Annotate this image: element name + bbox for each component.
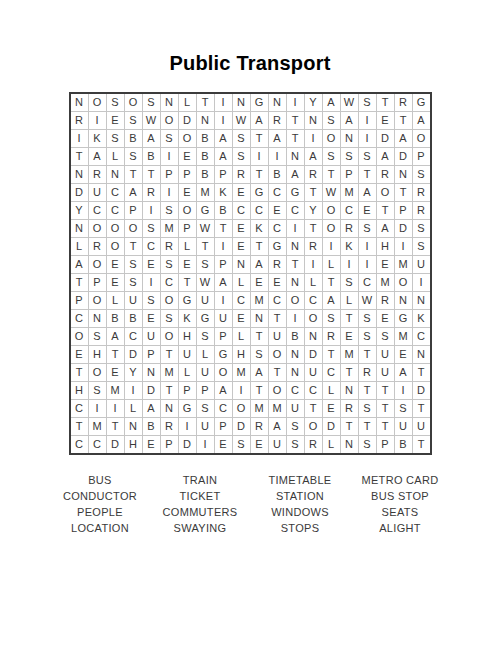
grid-cell[interactable]: I — [125, 382, 142, 399]
grid-cell[interactable]: T — [395, 184, 412, 201]
grid-cell[interactable]: T — [377, 400, 394, 417]
grid-cell[interactable]: I — [215, 238, 232, 255]
grid-cell[interactable]: M — [395, 256, 412, 273]
grid-cell[interactable]: P — [215, 418, 232, 435]
grid-cell[interactable]: T — [341, 418, 358, 435]
grid-cell[interactable]: O — [179, 202, 196, 219]
grid-cell[interactable]: P — [377, 436, 394, 453]
grid-cell[interactable]: B — [197, 148, 214, 165]
grid-cell[interactable]: G — [215, 346, 232, 363]
grid-cell[interactable]: H — [125, 436, 142, 453]
grid-cell[interactable]: N — [341, 436, 358, 453]
grid-cell[interactable]: L — [323, 382, 340, 399]
grid-cell[interactable]: R — [89, 238, 106, 255]
grid-cell[interactable]: U — [269, 436, 286, 453]
grid-cell[interactable]: O — [161, 292, 178, 309]
grid-cell[interactable]: T — [71, 274, 88, 291]
grid-cell[interactable]: C — [413, 328, 430, 345]
grid-cell[interactable]: S — [341, 148, 358, 165]
grid-cell[interactable]: D — [413, 382, 430, 399]
grid-cell[interactable]: P — [197, 382, 214, 399]
grid-cell[interactable]: S — [359, 94, 376, 111]
grid-cell[interactable]: A — [413, 112, 430, 129]
grid-cell[interactable]: C — [71, 400, 88, 417]
grid-cell[interactable]: C — [287, 382, 304, 399]
grid-cell[interactable]: T — [251, 328, 268, 345]
grid-cell[interactable]: E — [341, 328, 358, 345]
grid-cell[interactable]: S — [359, 436, 376, 453]
grid-cell[interactable]: C — [143, 238, 160, 255]
grid-cell[interactable]: A — [215, 130, 232, 147]
grid-cell[interactable]: R — [305, 238, 322, 255]
grid-cell[interactable]: N — [413, 346, 430, 363]
grid-cell[interactable]: W — [341, 94, 358, 111]
grid-cell[interactable]: M — [161, 220, 178, 237]
grid-cell[interactable]: M — [107, 382, 124, 399]
grid-cell[interactable]: D — [323, 418, 340, 435]
grid-cell[interactable]: T — [251, 238, 268, 255]
grid-cell[interactable]: E — [233, 310, 250, 327]
grid-cell[interactable]: P — [215, 256, 232, 273]
grid-cell[interactable]: T — [413, 364, 430, 381]
grid-cell[interactable]: N — [287, 148, 304, 165]
grid-cell[interactable]: E — [107, 364, 124, 381]
grid-cell[interactable]: E — [233, 184, 250, 201]
grid-cell[interactable]: O — [179, 130, 196, 147]
grid-cell[interactable]: I — [71, 130, 88, 147]
grid-cell[interactable]: L — [197, 346, 214, 363]
grid-cell[interactable]: N — [143, 364, 160, 381]
grid-cell[interactable]: U — [125, 292, 142, 309]
grid-cell[interactable]: C — [341, 202, 358, 219]
grid-cell[interactable]: O — [125, 220, 142, 237]
grid-cell[interactable]: N — [305, 112, 322, 129]
grid-cell[interactable]: S — [413, 220, 430, 237]
grid-cell[interactable]: T — [71, 364, 88, 381]
grid-cell[interactable]: K — [341, 238, 358, 255]
grid-cell[interactable]: S — [359, 400, 376, 417]
grid-cell[interactable]: A — [341, 112, 358, 129]
grid-cell[interactable]: R — [395, 94, 412, 111]
grid-cell[interactable]: I — [359, 256, 376, 273]
grid-cell[interactable]: I — [251, 148, 268, 165]
grid-cell[interactable]: O — [89, 256, 106, 273]
grid-cell[interactable]: M — [269, 400, 286, 417]
grid-cell[interactable]: U — [197, 418, 214, 435]
grid-cell[interactable]: N — [233, 256, 250, 273]
grid-cell[interactable]: P — [71, 292, 88, 309]
grid-cell[interactable]: T — [71, 418, 88, 435]
grid-cell[interactable]: S — [89, 382, 106, 399]
grid-cell[interactable]: T — [323, 166, 340, 183]
grid-cell[interactable]: N — [341, 130, 358, 147]
grid-cell[interactable]: N — [233, 94, 250, 111]
grid-cell[interactable]: N — [287, 346, 304, 363]
grid-cell[interactable]: S — [107, 94, 124, 111]
grid-cell[interactable]: C — [359, 274, 376, 291]
grid-cell[interactable]: T — [251, 382, 268, 399]
grid-cell[interactable]: T — [107, 346, 124, 363]
grid-cell[interactable]: A — [215, 382, 232, 399]
grid-cell[interactable]: S — [233, 436, 250, 453]
grid-cell[interactable]: M — [377, 274, 394, 291]
grid-cell[interactable]: C — [305, 382, 322, 399]
grid-cell[interactable]: S — [395, 400, 412, 417]
grid-cell[interactable]: S — [161, 130, 178, 147]
grid-cell[interactable]: T — [377, 94, 394, 111]
grid-cell[interactable]: C — [305, 292, 322, 309]
grid-cell[interactable]: R — [305, 436, 322, 453]
grid-cell[interactable]: M — [233, 364, 250, 381]
grid-cell[interactable]: C — [107, 202, 124, 219]
grid-cell[interactable]: D — [395, 148, 412, 165]
grid-cell[interactable]: L — [323, 436, 340, 453]
grid-cell[interactable]: T — [251, 130, 268, 147]
grid-cell[interactable]: N — [107, 166, 124, 183]
grid-cell[interactable]: I — [359, 112, 376, 129]
grid-cell[interactable]: O — [305, 418, 322, 435]
grid-cell[interactable]: A — [143, 400, 160, 417]
grid-cell[interactable]: C — [323, 364, 340, 381]
grid-cell[interactable]: E — [269, 274, 286, 291]
grid-cell[interactable]: E — [71, 346, 88, 363]
grid-cell[interactable]: E — [251, 436, 268, 453]
grid-cell[interactable]: G — [287, 184, 304, 201]
grid-cell[interactable]: T — [359, 166, 376, 183]
grid-cell[interactable]: N — [161, 400, 178, 417]
grid-cell[interactable]: O — [269, 346, 286, 363]
grid-cell[interactable]: N — [125, 418, 142, 435]
grid-cell[interactable]: R — [269, 256, 286, 273]
grid-cell[interactable]: U — [413, 418, 430, 435]
grid-cell[interactable]: N — [287, 274, 304, 291]
grid-cell[interactable]: U — [89, 184, 106, 201]
grid-cell[interactable]: S — [233, 148, 250, 165]
grid-cell[interactable]: M — [395, 328, 412, 345]
grid-cell[interactable]: T — [125, 238, 142, 255]
grid-cell[interactable]: N — [341, 382, 358, 399]
grid-cell[interactable]: R — [377, 292, 394, 309]
grid-cell[interactable]: I — [143, 274, 160, 291]
grid-cell[interactable]: B — [143, 148, 160, 165]
grid-cell[interactable]: C — [125, 328, 142, 345]
grid-cell[interactable]: K — [89, 130, 106, 147]
grid-cell[interactable]: N — [197, 112, 214, 129]
grid-cell[interactable]: D — [233, 418, 250, 435]
grid-cell[interactable]: T — [197, 238, 214, 255]
grid-cell[interactable]: S — [233, 130, 250, 147]
grid-cell[interactable]: K — [413, 310, 430, 327]
grid-cell[interactable]: T — [269, 364, 286, 381]
grid-cell[interactable]: M — [161, 364, 178, 381]
grid-cell[interactable]: I — [305, 256, 322, 273]
grid-cell[interactable]: A — [251, 364, 268, 381]
grid-cell[interactable]: S — [197, 328, 214, 345]
grid-cell[interactable]: P — [179, 166, 196, 183]
grid-cell[interactable]: T — [143, 166, 160, 183]
grid-cell[interactable]: T — [125, 166, 142, 183]
grid-cell[interactable]: O — [89, 94, 106, 111]
grid-cell[interactable]: G — [197, 310, 214, 327]
grid-cell[interactable]: P — [89, 274, 106, 291]
grid-cell[interactable]: A — [89, 148, 106, 165]
grid-cell[interactable]: O — [323, 130, 340, 147]
grid-cell[interactable]: E — [377, 310, 394, 327]
grid-cell[interactable]: S — [161, 256, 178, 273]
grid-cell[interactable]: S — [125, 112, 142, 129]
grid-cell[interactable]: S — [413, 166, 430, 183]
grid-cell[interactable]: A — [377, 220, 394, 237]
grid-cell[interactable]: N — [89, 310, 106, 327]
grid-cell[interactable]: S — [377, 328, 394, 345]
grid-cell[interactable]: S — [143, 292, 160, 309]
grid-cell[interactable]: L — [233, 328, 250, 345]
grid-cell[interactable]: D — [377, 130, 394, 147]
grid-cell[interactable]: I — [179, 418, 196, 435]
grid-cell[interactable]: S — [359, 328, 376, 345]
grid-cell[interactable]: A — [377, 148, 394, 165]
grid-cell[interactable]: A — [269, 418, 286, 435]
grid-cell[interactable]: I — [161, 148, 178, 165]
grid-cell[interactable]: N — [413, 292, 430, 309]
grid-cell[interactable]: C — [215, 400, 232, 417]
grid-cell[interactable]: Y — [305, 94, 322, 111]
grid-cell[interactable]: T — [287, 112, 304, 129]
grid-cell[interactable]: A — [143, 130, 160, 147]
grid-cell[interactable]: W — [323, 184, 340, 201]
grid-cell[interactable]: O — [413, 130, 430, 147]
grid-cell[interactable]: A — [215, 148, 232, 165]
grid-cell[interactable]: I — [287, 220, 304, 237]
grid-cell[interactable]: L — [341, 292, 358, 309]
grid-cell[interactable]: G — [395, 310, 412, 327]
grid-cell[interactable]: C — [89, 202, 106, 219]
grid-cell[interactable]: I — [107, 400, 124, 417]
grid-cell[interactable]: E — [179, 256, 196, 273]
grid-cell[interactable]: R — [413, 202, 430, 219]
grid-cell[interactable]: S — [125, 148, 142, 165]
grid-cell[interactable]: E — [233, 220, 250, 237]
grid-cell[interactable]: T — [215, 220, 232, 237]
grid-cell[interactable]: G — [179, 292, 196, 309]
grid-cell[interactable]: M — [197, 184, 214, 201]
grid-cell[interactable]: H — [233, 346, 250, 363]
grid-cell[interactable]: O — [395, 274, 412, 291]
grid-cell[interactable]: R — [341, 220, 358, 237]
grid-cell[interactable]: E — [359, 202, 376, 219]
grid-cell[interactable]: S — [413, 238, 430, 255]
grid-cell[interactable]: R — [161, 418, 178, 435]
grid-cell[interactable]: P — [161, 166, 178, 183]
grid-cell[interactable]: I — [395, 382, 412, 399]
grid-cell[interactable]: N — [395, 292, 412, 309]
grid-cell[interactable]: A — [269, 130, 286, 147]
grid-cell[interactable]: L — [71, 238, 88, 255]
grid-cell[interactable]: H — [179, 328, 196, 345]
grid-cell[interactable]: A — [395, 130, 412, 147]
grid-cell[interactable]: B — [287, 328, 304, 345]
grid-cell[interactable]: C — [89, 436, 106, 453]
grid-cell[interactable]: I — [323, 238, 340, 255]
grid-cell[interactable]: P — [179, 220, 196, 237]
grid-cell[interactable]: M — [89, 418, 106, 435]
grid-cell[interactable]: N — [71, 220, 88, 237]
grid-cell[interactable]: S — [359, 310, 376, 327]
grid-cell[interactable]: Y — [71, 202, 88, 219]
grid-cell[interactable]: D — [305, 346, 322, 363]
grid-cell[interactable]: T — [395, 112, 412, 129]
grid-cell[interactable]: S — [323, 148, 340, 165]
grid-cell[interactable]: B — [125, 130, 142, 147]
grid-cell[interactable]: M — [251, 292, 268, 309]
grid-cell[interactable]: R — [161, 238, 178, 255]
grid-cell[interactable]: L — [233, 274, 250, 291]
grid-cell[interactable]: G — [413, 94, 430, 111]
grid-cell[interactable]: C — [269, 220, 286, 237]
grid-cell[interactable]: D — [107, 436, 124, 453]
grid-cell[interactable]: I — [215, 292, 232, 309]
grid-cell[interactable]: I — [215, 112, 232, 129]
grid-cell[interactable]: U — [197, 292, 214, 309]
grid-cell[interactable]: L — [107, 292, 124, 309]
grid-cell[interactable]: W — [359, 292, 376, 309]
grid-cell[interactable]: A — [71, 256, 88, 273]
grid-cell[interactable]: Y — [125, 364, 142, 381]
grid-cell[interactable]: N — [287, 364, 304, 381]
grid-cell[interactable]: S — [143, 94, 160, 111]
grid-cell[interactable]: A — [251, 256, 268, 273]
grid-cell[interactable]: O — [71, 328, 88, 345]
grid-cell[interactable]: I — [89, 400, 106, 417]
grid-cell[interactable]: A — [305, 148, 322, 165]
grid-cell[interactable]: P — [215, 166, 232, 183]
grid-cell[interactable]: P — [413, 148, 430, 165]
grid-cell[interactable]: U — [395, 418, 412, 435]
grid-cell[interactable]: C — [107, 184, 124, 201]
grid-cell[interactable]: C — [287, 202, 304, 219]
grid-cell[interactable]: G — [251, 184, 268, 201]
grid-cell[interactable]: B — [107, 310, 124, 327]
grid-cell[interactable]: O — [161, 112, 178, 129]
grid-cell[interactable]: L — [179, 364, 196, 381]
grid-cell[interactable]: T — [359, 418, 376, 435]
grid-cell[interactable]: W — [143, 112, 160, 129]
grid-cell[interactable]: O — [269, 382, 286, 399]
grid-cell[interactable]: G — [179, 400, 196, 417]
grid-cell[interactable]: T — [269, 310, 286, 327]
grid-cell[interactable]: O — [305, 310, 322, 327]
grid-cell[interactable]: S — [161, 202, 178, 219]
grid-cell[interactable]: T — [305, 220, 322, 237]
grid-cell[interactable]: H — [89, 346, 106, 363]
grid-cell[interactable]: E — [233, 238, 250, 255]
grid-cell[interactable]: I — [341, 256, 358, 273]
grid-cell[interactable]: S — [287, 418, 304, 435]
grid-cell[interactable]: B — [269, 166, 286, 183]
grid-cell[interactable]: T — [107, 418, 124, 435]
grid-cell[interactable]: E — [143, 310, 160, 327]
grid-cell[interactable]: I — [215, 94, 232, 111]
grid-cell[interactable]: T — [251, 166, 268, 183]
grid-cell[interactable]: R — [323, 328, 340, 345]
grid-cell[interactable]: N — [251, 310, 268, 327]
grid-cell[interactable]: D — [143, 382, 160, 399]
grid-cell[interactable]: P — [395, 202, 412, 219]
grid-cell[interactable]: O — [89, 292, 106, 309]
grid-cell[interactable]: E — [179, 184, 196, 201]
grid-cell[interactable]: S — [107, 130, 124, 147]
grid-cell[interactable]: U — [197, 364, 214, 381]
grid-cell[interactable]: B — [197, 166, 214, 183]
grid-cell[interactable]: S — [143, 220, 160, 237]
grid-cell[interactable]: T — [413, 400, 430, 417]
grid-cell[interactable]: R — [251, 418, 268, 435]
grid-cell[interactable]: R — [377, 166, 394, 183]
grid-cell[interactable]: U — [269, 328, 286, 345]
grid-cell[interactable]: U — [179, 346, 196, 363]
grid-cell[interactable]: L — [323, 256, 340, 273]
grid-cell[interactable]: T — [305, 400, 322, 417]
grid-cell[interactable]: E — [251, 274, 268, 291]
grid-cell[interactable]: S — [251, 346, 268, 363]
grid-cell[interactable]: T — [359, 346, 376, 363]
grid-cell[interactable]: I — [269, 148, 286, 165]
grid-cell[interactable]: H — [71, 382, 88, 399]
grid-cell[interactable]: T — [377, 418, 394, 435]
grid-cell[interactable]: L — [179, 94, 196, 111]
grid-cell[interactable]: S — [197, 256, 214, 273]
grid-cell[interactable]: T — [323, 346, 340, 363]
grid-cell[interactable]: N — [395, 166, 412, 183]
grid-cell[interactable]: E — [269, 202, 286, 219]
grid-cell[interactable]: I — [287, 310, 304, 327]
grid-cell[interactable]: T — [71, 148, 88, 165]
grid-cell[interactable]: O — [323, 220, 340, 237]
grid-cell[interactable]: E — [179, 148, 196, 165]
grid-cell[interactable]: S — [341, 274, 358, 291]
grid-cell[interactable]: S — [323, 112, 340, 129]
grid-cell[interactable]: N — [287, 238, 304, 255]
grid-cell[interactable]: G — [197, 202, 214, 219]
grid-cell[interactable]: C — [161, 274, 178, 291]
grid-cell[interactable]: C — [233, 202, 250, 219]
grid-cell[interactable]: E — [377, 112, 394, 129]
grid-cell[interactable]: A — [359, 184, 376, 201]
grid-cell[interactable]: A — [125, 184, 142, 201]
grid-cell[interactable]: T — [413, 436, 430, 453]
grid-cell[interactable]: U — [377, 346, 394, 363]
grid-cell[interactable]: M — [341, 184, 358, 201]
grid-cell[interactable]: N — [71, 166, 88, 183]
grid-cell[interactable]: E — [395, 346, 412, 363]
grid-cell[interactable]: U — [143, 328, 160, 345]
grid-cell[interactable]: K — [215, 184, 232, 201]
grid-cell[interactable]: I — [413, 274, 430, 291]
grid-cell[interactable]: I — [395, 238, 412, 255]
grid-cell[interactable]: W — [233, 112, 250, 129]
grid-cell[interactable]: I — [197, 436, 214, 453]
grid-cell[interactable]: B — [143, 418, 160, 435]
grid-cell[interactable]: O — [107, 238, 124, 255]
grid-cell[interactable]: U — [215, 310, 232, 327]
grid-cell[interactable]: P — [143, 346, 160, 363]
grid-cell[interactable]: R — [71, 112, 88, 129]
grid-cell[interactable]: A — [107, 328, 124, 345]
grid-cell[interactable]: O — [89, 364, 106, 381]
grid-cell[interactable]: R — [341, 400, 358, 417]
grid-cell[interactable]: D — [179, 112, 196, 129]
grid-cell[interactable]: I — [233, 382, 250, 399]
